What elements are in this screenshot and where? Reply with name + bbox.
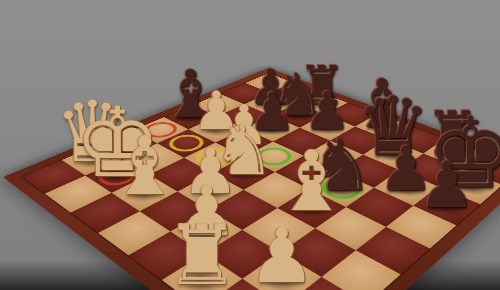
piece-white-bishop[interactable]: ♝ [108,126,180,207]
chess-3d-scene: ♛♚♝♟♟♟♞♟♜♝♟♝♟♟♞♜♟♝♞♛♟♜♟♚ [0,0,500,290]
piece-white-pawn[interactable]: ♟ [248,219,316,290]
piece-white-rook[interactable]: ♜ [165,214,240,290]
piece-black-pawn[interactable]: ♟ [418,154,475,218]
piece-white-bishop[interactable]: ♝ [274,140,349,223]
